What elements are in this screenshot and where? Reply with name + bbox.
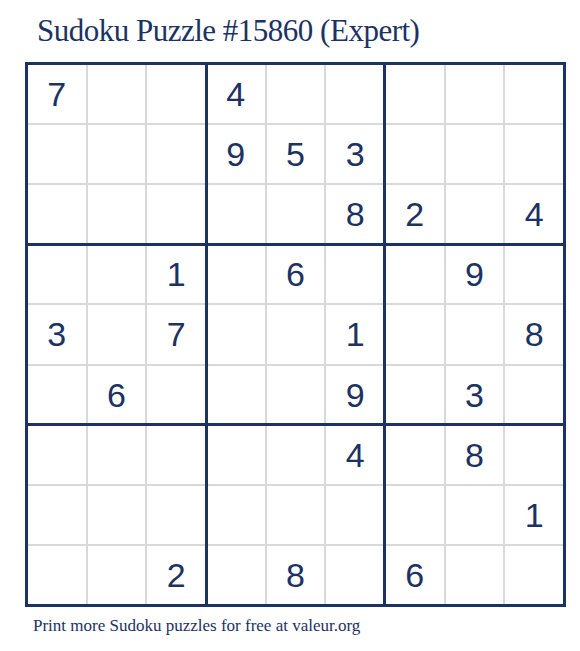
cell-r8c3 xyxy=(147,486,205,544)
cell-r6c3 xyxy=(147,366,205,424)
box-divider-vertical-left xyxy=(205,65,208,604)
cell-r5c1: 3 xyxy=(28,305,86,363)
cell-r1c8 xyxy=(446,65,504,123)
cell-r6c6: 9 xyxy=(326,366,384,424)
cell-r1c6 xyxy=(326,65,384,123)
cell-r2c4: 9 xyxy=(207,125,265,183)
cell-r3c7: 2 xyxy=(386,185,444,243)
box-divider-horizontal-top xyxy=(28,243,563,246)
cell-r6c8: 3 xyxy=(446,366,504,424)
cell-r8c6 xyxy=(326,486,384,544)
cell-r4c9 xyxy=(505,245,563,303)
cell-r2c6: 3 xyxy=(326,125,384,183)
cell-r2c9 xyxy=(505,125,563,183)
cell-r4c6 xyxy=(326,245,384,303)
cell-r3c9: 4 xyxy=(505,185,563,243)
cell-r4c5: 6 xyxy=(267,245,325,303)
cell-r5c9: 8 xyxy=(505,305,563,363)
cell-r3c1 xyxy=(28,185,86,243)
cell-r5c3: 7 xyxy=(147,305,205,363)
cell-r7c1 xyxy=(28,426,86,484)
cell-r4c4 xyxy=(207,245,265,303)
cell-r8c8 xyxy=(446,486,504,544)
cell-r3c6: 8 xyxy=(326,185,384,243)
cell-r8c4 xyxy=(207,486,265,544)
cell-r3c3 xyxy=(147,185,205,243)
cell-r9c1 xyxy=(28,546,86,604)
cell-r3c5 xyxy=(267,185,325,243)
cell-r1c1: 7 xyxy=(28,65,86,123)
cell-r9c5: 8 xyxy=(267,546,325,604)
cell-r7c4 xyxy=(207,426,265,484)
cell-r7c3 xyxy=(147,426,205,484)
cell-r2c8 xyxy=(446,125,504,183)
cell-r3c2 xyxy=(88,185,146,243)
cell-r2c7 xyxy=(386,125,444,183)
cell-r7c6: 4 xyxy=(326,426,384,484)
cell-r4c8: 9 xyxy=(446,245,504,303)
box-divider-horizontal-bottom xyxy=(28,423,563,426)
cell-r7c2 xyxy=(88,426,146,484)
cell-r5c4 xyxy=(207,305,265,363)
cell-r9c3: 2 xyxy=(147,546,205,604)
cell-r3c4 xyxy=(207,185,265,243)
cell-r6c2: 6 xyxy=(88,366,146,424)
cell-r5c6: 1 xyxy=(326,305,384,363)
cell-r4c3: 1 xyxy=(147,245,205,303)
sudoku-board: 749538241693718693481286 xyxy=(25,62,566,607)
cell-r9c9 xyxy=(505,546,563,604)
cell-r7c9 xyxy=(505,426,563,484)
cell-r6c5 xyxy=(267,366,325,424)
cell-r7c7 xyxy=(386,426,444,484)
cell-r1c7 xyxy=(386,65,444,123)
cell-r1c2 xyxy=(88,65,146,123)
cell-r6c7 xyxy=(386,366,444,424)
cell-r6c1 xyxy=(28,366,86,424)
cell-r1c3 xyxy=(147,65,205,123)
cell-r9c4 xyxy=(207,546,265,604)
cell-r2c1 xyxy=(28,125,86,183)
cell-r8c9: 1 xyxy=(505,486,563,544)
cell-r3c8 xyxy=(446,185,504,243)
footer-text: Print more Sudoku puzzles for free at va… xyxy=(33,616,360,636)
cell-r6c4 xyxy=(207,366,265,424)
cell-r6c9 xyxy=(505,366,563,424)
cell-r4c7 xyxy=(386,245,444,303)
cell-r5c7 xyxy=(386,305,444,363)
cell-r8c7 xyxy=(386,486,444,544)
cell-r1c9 xyxy=(505,65,563,123)
cell-r5c8 xyxy=(446,305,504,363)
cell-r8c2 xyxy=(88,486,146,544)
cell-r9c6 xyxy=(326,546,384,604)
cell-r4c1 xyxy=(28,245,86,303)
cell-r9c2 xyxy=(88,546,146,604)
box-divider-vertical-right xyxy=(383,65,386,604)
cell-r9c8 xyxy=(446,546,504,604)
cell-r2c5: 5 xyxy=(267,125,325,183)
cell-r4c2 xyxy=(88,245,146,303)
cell-r1c4: 4 xyxy=(207,65,265,123)
sudoku-grid: 749538241693718693481286 xyxy=(28,65,563,604)
cell-r1c5 xyxy=(267,65,325,123)
cell-r8c1 xyxy=(28,486,86,544)
cell-r2c2 xyxy=(88,125,146,183)
cell-r5c2 xyxy=(88,305,146,363)
cell-r7c5 xyxy=(267,426,325,484)
cell-r8c5 xyxy=(267,486,325,544)
cell-r2c3 xyxy=(147,125,205,183)
cell-r7c8: 8 xyxy=(446,426,504,484)
cell-r5c5 xyxy=(267,305,325,363)
page: Sudoku Puzzle #15860 (Expert) 7495382416… xyxy=(0,0,580,651)
page-title: Sudoku Puzzle #15860 (Expert) xyxy=(37,13,419,49)
cell-r9c7: 6 xyxy=(386,546,444,604)
